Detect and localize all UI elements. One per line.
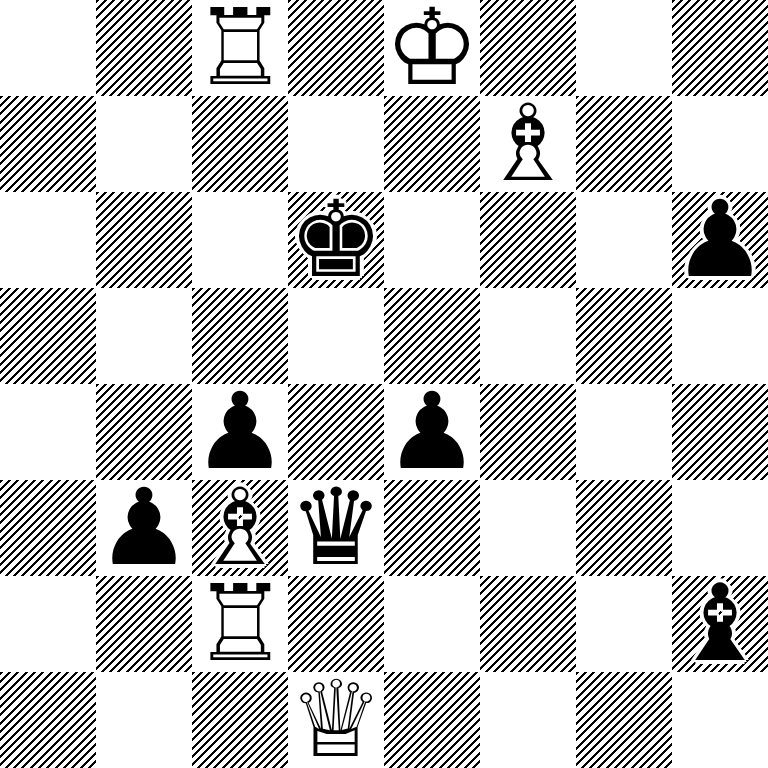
piece-glyph: ♟ — [96, 480, 192, 576]
piece-fill: ♜ — [192, 576, 288, 672]
square-h1[interactable] — [672, 672, 768, 768]
square-g4[interactable] — [576, 384, 672, 480]
square-g8[interactable] — [576, 0, 672, 96]
square-a8[interactable] — [0, 0, 96, 96]
black-pawn-icon: ♟ — [192, 384, 288, 480]
black-pawn-icon: ♟ — [384, 384, 480, 480]
piece-outline: ♗ — [480, 96, 576, 192]
square-f5[interactable] — [480, 288, 576, 384]
white-rook-icon: ♜♖ — [192, 0, 288, 96]
square-f6[interactable] — [480, 192, 576, 288]
square-e2[interactable] — [384, 576, 480, 672]
square-c8[interactable]: ♜♖ — [192, 0, 288, 96]
square-d1[interactable]: ♛♕ — [288, 672, 384, 768]
square-d8[interactable] — [288, 0, 384, 96]
piece-fill: ♛ — [288, 672, 384, 768]
white-king-icon: ♚♔ — [384, 0, 480, 96]
black-pawn-icon: ♟ — [96, 480, 192, 576]
square-e3[interactable] — [384, 480, 480, 576]
square-e7[interactable] — [384, 96, 480, 192]
square-d4[interactable] — [288, 384, 384, 480]
square-c2[interactable]: ♜♖ — [192, 576, 288, 672]
square-g2[interactable] — [576, 576, 672, 672]
square-g1[interactable] — [576, 672, 672, 768]
square-g7[interactable] — [576, 96, 672, 192]
square-g5[interactable] — [576, 288, 672, 384]
square-b4[interactable] — [96, 384, 192, 480]
square-h7[interactable] — [672, 96, 768, 192]
square-a5[interactable] — [0, 288, 96, 384]
square-b5[interactable] — [96, 288, 192, 384]
square-h8[interactable] — [672, 0, 768, 96]
square-f1[interactable] — [480, 672, 576, 768]
piece-glyph: ♚ — [288, 192, 384, 288]
square-f8[interactable] — [480, 0, 576, 96]
square-g6[interactable] — [576, 192, 672, 288]
square-h4[interactable] — [672, 384, 768, 480]
piece-fill: ♚ — [384, 0, 480, 96]
square-b6[interactable] — [96, 192, 192, 288]
square-d2[interactable] — [288, 576, 384, 672]
square-g3[interactable] — [576, 480, 672, 576]
piece-fill: ♝ — [192, 480, 288, 576]
piece-outline: ♗ — [192, 480, 288, 576]
square-d3[interactable]: ♛ — [288, 480, 384, 576]
black-queen-icon: ♛ — [288, 480, 384, 576]
square-c3[interactable]: ♝♗ — [192, 480, 288, 576]
piece-outline: ♕ — [288, 672, 384, 768]
square-c7[interactable] — [192, 96, 288, 192]
chess-board: ♜♖♚♔♝♗♚♟♟♟♟♝♗♛♜♖♝♛♕ — [0, 0, 768, 768]
square-h5[interactable] — [672, 288, 768, 384]
black-pawn-icon: ♟ — [672, 192, 768, 288]
white-bishop-icon: ♝♗ — [480, 96, 576, 192]
square-a3[interactable] — [0, 480, 96, 576]
piece-outline: ♔ — [384, 0, 480, 96]
square-a7[interactable] — [0, 96, 96, 192]
piece-glyph: ♟ — [192, 384, 288, 480]
square-f7[interactable]: ♝♗ — [480, 96, 576, 192]
square-a1[interactable] — [0, 672, 96, 768]
square-f3[interactable] — [480, 480, 576, 576]
white-rook-icon: ♜♖ — [192, 576, 288, 672]
square-d5[interactable] — [288, 288, 384, 384]
square-e1[interactable] — [384, 672, 480, 768]
square-c5[interactable] — [192, 288, 288, 384]
square-e6[interactable] — [384, 192, 480, 288]
black-bishop-icon: ♝ — [672, 576, 768, 672]
piece-fill: ♝ — [480, 96, 576, 192]
white-bishop-icon: ♝♗ — [192, 480, 288, 576]
square-h2[interactable]: ♝ — [672, 576, 768, 672]
square-b8[interactable] — [96, 0, 192, 96]
piece-glyph: ♝ — [672, 576, 768, 672]
piece-outline: ♖ — [192, 0, 288, 96]
square-f2[interactable] — [480, 576, 576, 672]
square-d6[interactable]: ♚ — [288, 192, 384, 288]
piece-glyph: ♟ — [672, 192, 768, 288]
square-b2[interactable] — [96, 576, 192, 672]
square-f4[interactable] — [480, 384, 576, 480]
piece-glyph: ♛ — [288, 480, 384, 576]
square-e8[interactable]: ♚♔ — [384, 0, 480, 96]
square-c1[interactable] — [192, 672, 288, 768]
square-d7[interactable] — [288, 96, 384, 192]
square-a2[interactable] — [0, 576, 96, 672]
white-queen-icon: ♛♕ — [288, 672, 384, 768]
square-b3[interactable]: ♟ — [96, 480, 192, 576]
square-c4[interactable]: ♟ — [192, 384, 288, 480]
square-e4[interactable]: ♟ — [384, 384, 480, 480]
square-h6[interactable]: ♟ — [672, 192, 768, 288]
piece-outline: ♖ — [192, 576, 288, 672]
square-c6[interactable] — [192, 192, 288, 288]
square-a4[interactable] — [0, 384, 96, 480]
square-h3[interactable] — [672, 480, 768, 576]
square-e5[interactable] — [384, 288, 480, 384]
piece-fill: ♜ — [192, 0, 288, 96]
black-king-icon: ♚ — [288, 192, 384, 288]
square-b7[interactable] — [96, 96, 192, 192]
square-a6[interactable] — [0, 192, 96, 288]
square-b1[interactable] — [96, 672, 192, 768]
piece-glyph: ♟ — [384, 384, 480, 480]
